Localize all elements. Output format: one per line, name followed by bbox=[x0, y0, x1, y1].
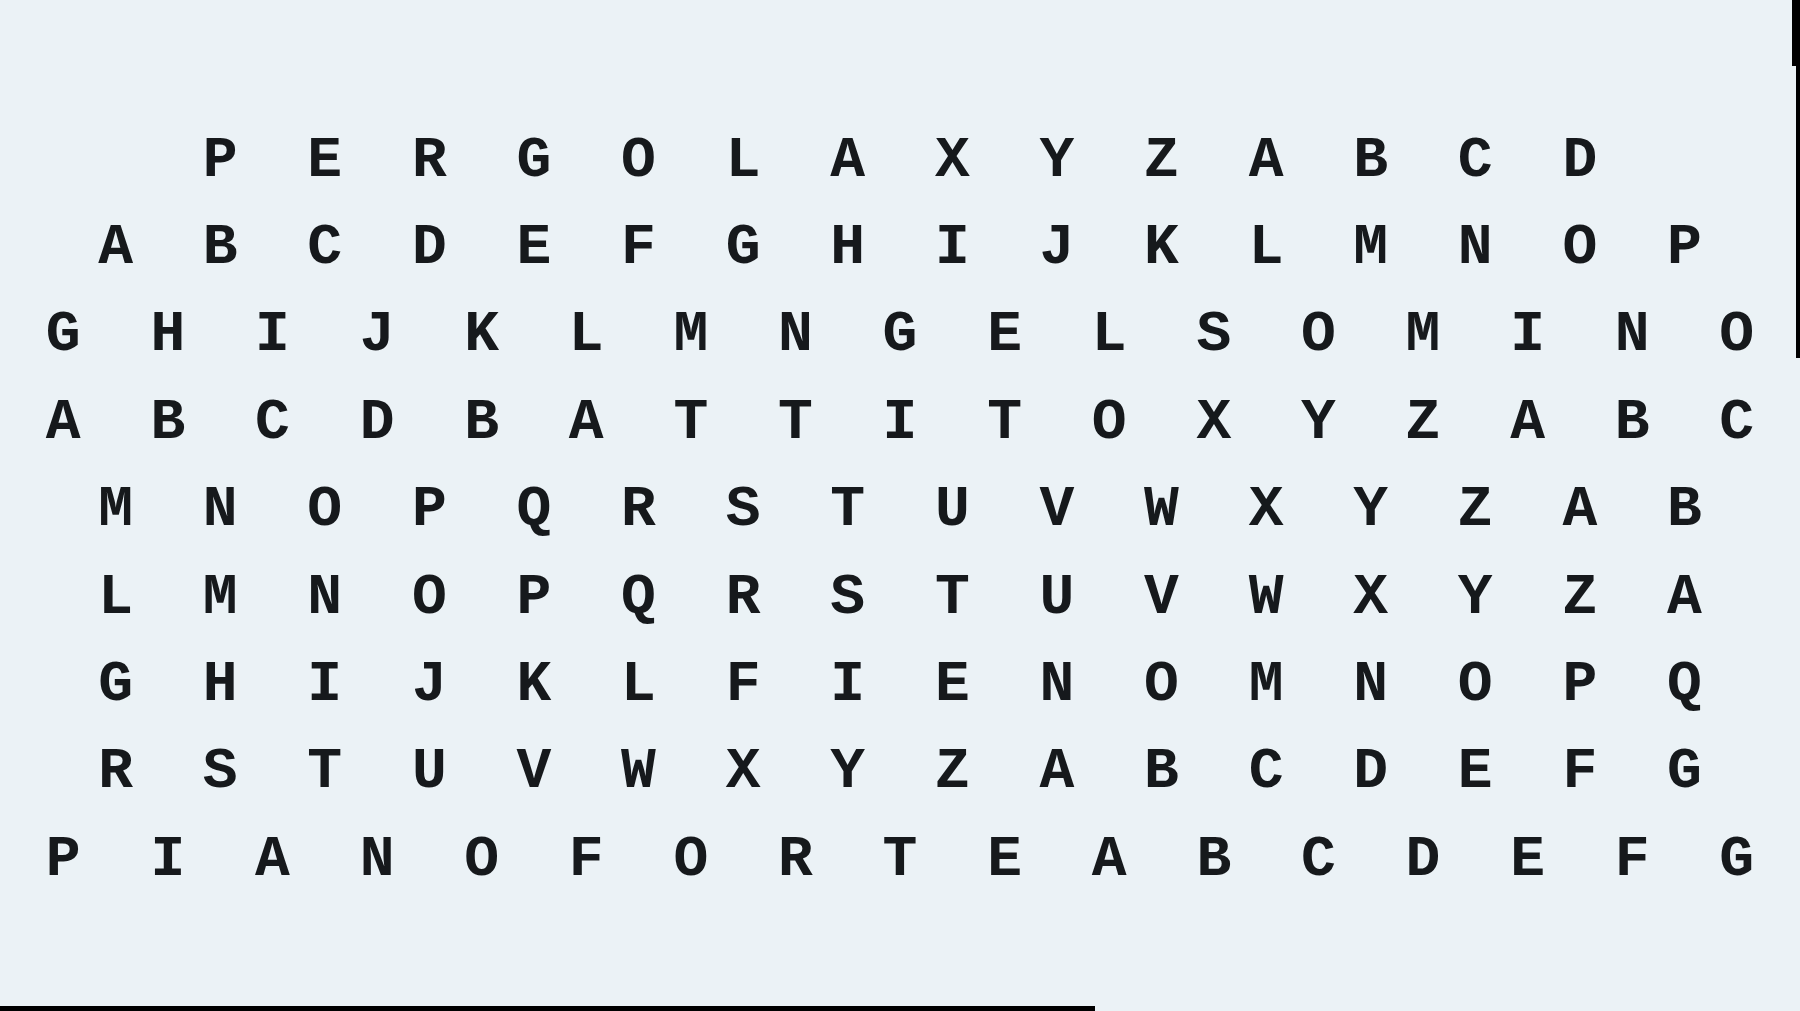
grid-cell[interactable]: T bbox=[743, 379, 848, 466]
grid-cell[interactable]: V bbox=[1109, 554, 1214, 641]
grid-cell[interactable]: A bbox=[1528, 467, 1633, 554]
grid-cell[interactable]: Z bbox=[1371, 379, 1476, 466]
grid-cell[interactable]: Z bbox=[1528, 554, 1633, 641]
grid-cell[interactable]: G bbox=[63, 641, 168, 728]
grid-cell[interactable]: F bbox=[1580, 816, 1685, 903]
grid-cell[interactable]: C bbox=[272, 204, 377, 291]
grid-cell[interactable]: H bbox=[795, 204, 900, 291]
grid-cell[interactable]: N bbox=[1005, 641, 1110, 728]
grid-cell[interactable]: G bbox=[848, 292, 953, 379]
grid-cell[interactable]: E bbox=[952, 816, 1057, 903]
grid-cell[interactable]: O bbox=[1423, 641, 1528, 728]
grid-cell[interactable]: A bbox=[1057, 816, 1162, 903]
grid-cell[interactable]: M bbox=[168, 554, 273, 641]
grid-row: GHIJKLFIENOMNOPQ bbox=[0, 641, 1800, 728]
grid-cell[interactable]: E bbox=[952, 292, 1057, 379]
grid-cell[interactable]: N bbox=[168, 467, 273, 554]
grid-cell[interactable]: Y bbox=[1423, 554, 1528, 641]
grid-cell[interactable]: F bbox=[534, 816, 639, 903]
grid-cell[interactable]: G bbox=[11, 292, 116, 379]
grid-cell[interactable]: R bbox=[743, 816, 848, 903]
grid-cell[interactable]: X bbox=[1161, 379, 1266, 466]
grid-cell[interactable]: N bbox=[272, 554, 377, 641]
grid-cell[interactable]: I bbox=[220, 292, 325, 379]
grid-cell[interactable]: A bbox=[1005, 729, 1110, 816]
grid-cell[interactable]: T bbox=[639, 379, 744, 466]
grid-cell[interactable]: Z bbox=[900, 729, 1005, 816]
grid-cell[interactable]: O bbox=[1057, 379, 1162, 466]
grid-cell[interactable]: N bbox=[1423, 204, 1528, 291]
grid-cell[interactable]: A bbox=[534, 379, 639, 466]
grid-cell[interactable]: X bbox=[691, 729, 796, 816]
grid-cell[interactable]: R bbox=[586, 467, 691, 554]
grid-cell[interactable]: I bbox=[272, 641, 377, 728]
word-search-screen: PERGOLAXYZABCDABCDEFGHIJKLMNOPGHIJKLMNGE… bbox=[0, 0, 1800, 1011]
grid-cell[interactable]: P bbox=[1632, 204, 1737, 291]
grid-cell[interactable]: B bbox=[1318, 117, 1423, 204]
grid-cell[interactable]: A bbox=[1632, 554, 1737, 641]
grid-row: RSTUVWXYZABCDEFG bbox=[0, 729, 1800, 816]
grid-cell[interactable]: P bbox=[1528, 641, 1633, 728]
grid-cell[interactable]: P bbox=[11, 816, 116, 903]
grid-cell[interactable]: A bbox=[1214, 117, 1319, 204]
grid-cell[interactable]: W bbox=[586, 729, 691, 816]
grid-cell[interactable]: D bbox=[1371, 816, 1476, 903]
grid-cell[interactable]: E bbox=[1423, 729, 1528, 816]
grid-cell[interactable]: B bbox=[1109, 729, 1214, 816]
grid-cell[interactable]: B bbox=[429, 379, 534, 466]
grid-cell[interactable]: C bbox=[1214, 729, 1319, 816]
grid-cell[interactable]: M bbox=[639, 292, 744, 379]
grid-cell[interactable]: E bbox=[900, 641, 1005, 728]
grid-cell[interactable]: N bbox=[325, 816, 430, 903]
grid-cell[interactable]: G bbox=[1632, 729, 1737, 816]
grid-cell[interactable]: V bbox=[482, 729, 587, 816]
right-window-edge-line-thin bbox=[1796, 66, 1800, 358]
grid-row: MNOPQRSTUVWXYZAB bbox=[0, 467, 1800, 554]
grid-cell[interactable]: G bbox=[482, 117, 587, 204]
grid-cell[interactable]: J bbox=[325, 292, 430, 379]
grid-cell[interactable]: D bbox=[1318, 729, 1423, 816]
grid-cell[interactable]: O bbox=[1266, 292, 1371, 379]
grid-cell[interactable]: S bbox=[795, 554, 900, 641]
grid-cell[interactable]: O bbox=[1109, 641, 1214, 728]
grid-cell[interactable]: D bbox=[1528, 117, 1633, 204]
grid-cell[interactable]: K bbox=[482, 641, 587, 728]
grid-cell[interactable]: G bbox=[1684, 816, 1789, 903]
grid-cell[interactable]: E bbox=[272, 117, 377, 204]
grid-cell[interactable]: Z bbox=[1423, 467, 1528, 554]
bottom-window-edge-line bbox=[0, 1006, 1095, 1011]
grid-cell[interactable]: M bbox=[1371, 292, 1476, 379]
grid-cell[interactable]: U bbox=[900, 467, 1005, 554]
grid-cell[interactable]: L bbox=[586, 641, 691, 728]
grid-cell[interactable]: H bbox=[116, 292, 221, 379]
grid-cell[interactable]: R bbox=[63, 729, 168, 816]
grid-cell[interactable]: I bbox=[795, 641, 900, 728]
grid-cell[interactable]: R bbox=[377, 117, 482, 204]
grid-cell[interactable]: L bbox=[63, 554, 168, 641]
grid-cell[interactable]: E bbox=[1475, 816, 1580, 903]
grid-cell[interactable]: Q bbox=[1632, 641, 1737, 728]
grid-cell[interactable]: A bbox=[795, 117, 900, 204]
grid-cell[interactable]: Y bbox=[1266, 379, 1371, 466]
grid-cell[interactable]: O bbox=[1528, 204, 1633, 291]
grid-cell[interactable]: C bbox=[1684, 379, 1789, 466]
grid-cell[interactable]: A bbox=[63, 204, 168, 291]
grid-cell[interactable]: B bbox=[168, 204, 273, 291]
grid-cell[interactable]: A bbox=[220, 816, 325, 903]
grid-cell[interactable]: M bbox=[1318, 204, 1423, 291]
grid-cell[interactable]: M bbox=[1214, 641, 1319, 728]
grid-row: PIANOFORTEABCDEFG bbox=[0, 816, 1800, 903]
grid-cell[interactable]: W bbox=[1109, 467, 1214, 554]
grid-cell[interactable]: Y bbox=[1318, 467, 1423, 554]
grid-cell[interactable]: X bbox=[1318, 554, 1423, 641]
grid-cell[interactable]: I bbox=[900, 204, 1005, 291]
grid-cell[interactable]: L bbox=[534, 292, 639, 379]
grid-cell[interactable]: O bbox=[272, 467, 377, 554]
grid-cell[interactable]: M bbox=[63, 467, 168, 554]
grid-cell[interactable]: P bbox=[168, 117, 273, 204]
grid-cell[interactable]: S bbox=[1161, 292, 1266, 379]
grid-cell[interactable]: W bbox=[1214, 554, 1319, 641]
grid-cell[interactable]: B bbox=[1632, 467, 1737, 554]
grid-row: GHIJKLMNGELSOMINO bbox=[0, 292, 1800, 379]
right-window-edge-line-thick bbox=[1792, 0, 1800, 66]
grid-cell[interactable]: B bbox=[1580, 379, 1685, 466]
grid-cell[interactable]: T bbox=[795, 467, 900, 554]
grid-cell[interactable]: G bbox=[691, 204, 796, 291]
grid-cell[interactable]: P bbox=[377, 467, 482, 554]
grid-cell[interactable]: I bbox=[848, 379, 953, 466]
grid-cell[interactable]: X bbox=[900, 117, 1005, 204]
grid-cell[interactable]: E bbox=[482, 204, 587, 291]
grid-cell[interactable]: B bbox=[116, 379, 221, 466]
grid-cell[interactable]: L bbox=[691, 117, 796, 204]
grid-cell[interactable]: O bbox=[639, 816, 744, 903]
grid-cell[interactable]: U bbox=[377, 729, 482, 816]
grid-cell[interactable]: L bbox=[1214, 204, 1319, 291]
grid-cell[interactable]: X bbox=[1214, 467, 1319, 554]
grid-cell[interactable]: T bbox=[272, 729, 377, 816]
grid-cell[interactable]: D bbox=[325, 379, 430, 466]
grid-cell[interactable]: J bbox=[377, 641, 482, 728]
grid-cell[interactable]: C bbox=[220, 379, 325, 466]
grid-cell[interactable]: T bbox=[952, 379, 1057, 466]
grid-cell[interactable]: A bbox=[11, 379, 116, 466]
grid-cell[interactable]: F bbox=[1528, 729, 1633, 816]
grid-cell[interactable]: N bbox=[1580, 292, 1685, 379]
grid-cell[interactable]: V bbox=[1005, 467, 1110, 554]
grid-row: LMNOPQRSTUVWXYZA bbox=[0, 554, 1800, 641]
grid-cell[interactable]: K bbox=[429, 292, 534, 379]
grid-cell[interactable]: L bbox=[1057, 292, 1162, 379]
grid-cell[interactable]: F bbox=[586, 204, 691, 291]
grid-cell[interactable]: A bbox=[1475, 379, 1580, 466]
grid-cell[interactable]: F bbox=[691, 641, 796, 728]
grid-cell[interactable]: I bbox=[1475, 292, 1580, 379]
grid-cell[interactable]: H bbox=[168, 641, 273, 728]
grid-cell[interactable]: N bbox=[743, 292, 848, 379]
grid-cell[interactable]: C bbox=[1423, 117, 1528, 204]
grid-cell[interactable]: B bbox=[1161, 816, 1266, 903]
grid-cell[interactable]: O bbox=[377, 554, 482, 641]
grid-row: PERGOLAXYZABCD bbox=[0, 117, 1800, 204]
grid-row: ABCDBATTITOXYZABC bbox=[0, 379, 1800, 466]
grid-cell[interactable]: U bbox=[1005, 554, 1110, 641]
grid-cell[interactable]: Q bbox=[586, 554, 691, 641]
grid-cell[interactable]: Y bbox=[795, 729, 900, 816]
grid-cell[interactable]: O bbox=[429, 816, 534, 903]
grid-cell[interactable]: D bbox=[377, 204, 482, 291]
grid-cell[interactable]: P bbox=[482, 554, 587, 641]
grid-cell[interactable]: Q bbox=[482, 467, 587, 554]
grid-cell[interactable]: Y bbox=[1005, 117, 1110, 204]
grid-row: ABCDEFGHIJKLMNOP bbox=[0, 204, 1800, 291]
grid-cell[interactable]: T bbox=[900, 554, 1005, 641]
grid-cell[interactable]: J bbox=[1005, 204, 1110, 291]
grid-cell[interactable]: K bbox=[1109, 204, 1214, 291]
grid-cell[interactable]: O bbox=[586, 117, 691, 204]
grid-cell[interactable]: Z bbox=[1109, 117, 1214, 204]
grid-cell[interactable]: T bbox=[848, 816, 953, 903]
grid-cell[interactable]: O bbox=[1684, 292, 1789, 379]
grid-cell[interactable]: N bbox=[1318, 641, 1423, 728]
word-search-board: PERGOLAXYZABCDABCDEFGHIJKLMNOPGHIJKLMNGE… bbox=[0, 117, 1800, 904]
grid-cell[interactable]: R bbox=[691, 554, 796, 641]
grid-cell[interactable]: C bbox=[1266, 816, 1371, 903]
grid-cell[interactable]: S bbox=[168, 729, 273, 816]
grid-cell[interactable]: I bbox=[116, 816, 221, 903]
grid-cell[interactable]: S bbox=[691, 467, 796, 554]
